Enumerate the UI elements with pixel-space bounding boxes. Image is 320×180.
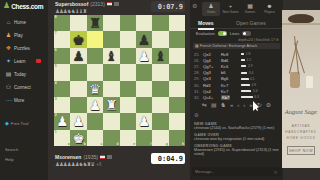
black-move[interactable]: Kc6: [221, 64, 239, 69]
black-move[interactable]: Kc7: [221, 89, 239, 94]
square-f8[interactable]: [136, 15, 152, 31]
white-pawn-c3[interactable]: ♟: [87, 97, 103, 113]
toggle-row: EvaluationLines: [196, 31, 251, 36]
square-g7[interactable]: [152, 31, 168, 47]
more-icon: ⋯: [5, 97, 12, 104]
square-d5[interactable]: [103, 64, 119, 80]
opening-name[interactable]: ▦ French Defense: Exchange Attack: [193, 43, 280, 49]
board-settings-gear-icon[interactable]: ⚙: [192, 2, 197, 9]
shop-now-button[interactable]: SHOP NOW: [287, 146, 315, 155]
move-list: 25.Qe2Rc81.826.Qg4Bd62.227.Qg7+Kc62.928.…: [194, 51, 280, 101]
black-bishop-g6[interactable]: ♝: [152, 48, 168, 64]
square-c5[interactable]: [87, 64, 103, 80]
black-rook-c8[interactable]: ♜: [87, 15, 103, 31]
square-d6[interactable]: ♝: [103, 48, 119, 64]
sidebar-item-connect[interactable]: ⚇Connect: [0, 81, 48, 93]
square-b1[interactable]: b♚: [70, 130, 86, 146]
white-move[interactable]: Qg3: [203, 70, 221, 75]
sidebar-footer-search[interactable]: Search: [0, 147, 18, 152]
sidebar-item-puzzles[interactable]: ❖Puzzles: [0, 42, 48, 54]
settings-icon[interactable]: ⚙: [266, 102, 271, 109]
square-a8[interactable]: 8: [54, 15, 70, 31]
black-pawn-b6[interactable]: ♟: [70, 48, 86, 64]
square-h5[interactable]: [169, 64, 185, 80]
square-b8[interactable]: [70, 15, 86, 31]
square-e2[interactable]: [120, 113, 136, 129]
bottom-player-clock: 0:04.9: [151, 153, 185, 164]
top-player-clock: 0:07.9: [151, 1, 185, 12]
square-f2[interactable]: ♟: [136, 113, 152, 129]
black-bishop-d6[interactable]: ♝: [103, 48, 119, 64]
square-e7[interactable]: [120, 31, 136, 47]
panel-tabs: Moves Open Games: [190, 18, 283, 29]
next-move-icon[interactable]: ›: [243, 102, 245, 109]
square-a4[interactable]: 4: [54, 81, 70, 97]
square-c6[interactable]: [87, 48, 103, 64]
prev-move-icon[interactable]: ‹: [237, 102, 239, 109]
top-player-flag-icon: [107, 2, 112, 6]
white-queen-c4[interactable]: ♛: [87, 81, 103, 97]
square-g3[interactable]: [152, 97, 168, 113]
black-king-b7[interactable]: ♚: [70, 31, 86, 47]
white-move[interactable]: Qg7+: [203, 64, 221, 69]
logo-pawn-icon: ♟: [3, 2, 10, 10]
bottom-player-rating: (1935): [83, 154, 97, 160]
jump-start-icon[interactable]: «: [230, 102, 233, 109]
white-pawn-f2[interactable]: ♟: [136, 113, 152, 129]
white-pawn-f6[interactable]: ♟: [136, 48, 152, 64]
panel-button-games[interactable]: ▦Games: [241, 2, 259, 16]
top-player-rating: (2313): [90, 1, 104, 7]
move-row: 32.Qc4+Kb76.3: [194, 94, 280, 100]
chat-body: chrisnow won by resignation (1 min rated…: [194, 137, 280, 142]
square-f4[interactable]: [136, 81, 152, 97]
square-c3[interactable]: ♟: [87, 97, 103, 113]
black-move[interactable]: b6: [221, 70, 239, 75]
material-advantage: +6: [96, 162, 101, 167]
watch-panel: ⚙ ♟Game+New Game▦Games☻Players Moves Ope…: [190, 0, 283, 180]
square-b7[interactable]: ♚: [70, 31, 86, 47]
square-c7[interactable]: [87, 31, 103, 47]
top-player-badge-icon: [114, 2, 119, 6]
ad-candle-image: [306, 76, 313, 88]
square-g4[interactable]: [152, 81, 168, 97]
white-pawn-b2[interactable]: ♟: [70, 113, 86, 129]
chat-messages: NEW GAMEchrisnow (2544) vs. SashaRocks (…: [194, 119, 280, 157]
white-king-b1[interactable]: ♚: [70, 130, 86, 146]
square-b3[interactable]: [70, 97, 86, 113]
notification-badge: [36, 59, 41, 63]
square-h7[interactable]: [169, 31, 185, 47]
chat-body: chrisnow (2544) vs. SashaRocks (2579) (1…: [194, 126, 280, 131]
square-f3[interactable]: [136, 97, 152, 113]
learn-icon: ✦: [5, 58, 12, 65]
square-a1[interactable]: 1a: [54, 130, 70, 146]
sidebar-item-play[interactable]: ♟Play: [0, 29, 48, 41]
advertisement[interactable]: August Sage ARTISAN HANDCRAFTED HOME GOO…: [282, 10, 320, 168]
home-icon: ⌂: [5, 19, 12, 26]
connect-icon: ⚇: [5, 84, 12, 91]
sidebar-item-home[interactable]: ⌂Home: [0, 16, 48, 28]
bottom-player-badge-icon: [107, 155, 112, 159]
square-e8[interactable]: [120, 15, 136, 31]
black-move[interactable]: Bd6: [221, 58, 239, 63]
engine-status: depth=24 | Stockfish 17 ⚙: [238, 38, 279, 42]
square-e1[interactable]: e: [120, 130, 136, 146]
square-f7[interactable]: ♟: [136, 31, 152, 47]
square-b5[interactable]: [70, 64, 86, 80]
today-icon: ▤: [5, 71, 12, 78]
square-g2[interactable]: [152, 113, 168, 129]
square-h2[interactable]: [169, 113, 185, 129]
square-b6[interactable]: ♟: [70, 48, 86, 64]
ad-title: August Sage: [282, 108, 320, 115]
white-rook-d3[interactable]: ♜: [103, 97, 119, 113]
panel-button-game[interactable]: ♟Game: [202, 2, 220, 16]
tab-moves[interactable]: Moves: [198, 20, 214, 26]
gem-icon: ◆: [5, 120, 9, 126]
square-a3[interactable]: 3: [54, 97, 70, 113]
puzzle-icon: ❖: [5, 45, 12, 52]
square-a2[interactable]: 2♟: [54, 113, 70, 129]
square-d7[interactable]: [103, 31, 119, 47]
playback-controls: ⇆▤♞«‹›»↻⚙: [190, 102, 283, 109]
chess-board[interactable]: 8♜7♚♟6♟♝♟♝54♛3♟♜2♟♟♟1ab♚cdefgh: [54, 15, 185, 146]
square-f5[interactable]: [136, 64, 152, 80]
square-g6[interactable]: ♝: [152, 48, 168, 64]
play-pawn-icon: ♟: [5, 32, 12, 39]
square-d8[interactable]: [103, 15, 119, 31]
square-h1[interactable]: h: [169, 130, 185, 146]
top-player-row: Supersbossof (2313): [55, 1, 119, 7]
emoji-icon[interactable]: ☺: [273, 169, 278, 175]
sidebar-footer-help[interactable]: Help: [0, 157, 14, 162]
top-player-name[interactable]: Supersbossof: [55, 1, 88, 7]
square-e3[interactable]: [120, 97, 136, 113]
chat-input[interactable]: Message... ☺: [192, 167, 281, 176]
square-c1[interactable]: c: [87, 130, 103, 146]
square-a7[interactable]: 7: [54, 31, 70, 47]
chesscom-app: ♟ Chess.com ⌂Home♟Play❖Puzzles✦Learn▤Tod…: [0, 0, 320, 180]
square-b2[interactable]: ♟: [70, 113, 86, 129]
white-move[interactable]: Qe2: [203, 52, 221, 57]
square-e5[interactable]: [120, 64, 136, 80]
square-g1[interactable]: g: [152, 130, 168, 146]
square-h8[interactable]: [169, 15, 185, 31]
square-h3[interactable]: [169, 97, 185, 113]
top-captured-pieces: ♟♟♟♞♞♝♝♜: [55, 8, 86, 14]
bottom-player-flag-icon: [100, 155, 105, 159]
square-a5[interactable]: 5: [54, 64, 70, 80]
square-b4[interactable]: [70, 81, 86, 97]
panel-button-new-game[interactable]: +New Game: [222, 2, 240, 16]
chesscom-logo[interactable]: ♟ Chess.com: [3, 2, 43, 10]
chat-body: Msorensen (1935) vs. Supersbossof (2313)…: [194, 148, 280, 157]
bottom-captured-pieces: ♟♟♟♟♟♟♞♞♜♛+6: [55, 161, 101, 167]
square-g8[interactable]: [152, 15, 168, 31]
black-pawn-f7[interactable]: ♟: [136, 31, 152, 47]
black-move[interactable]: Rc8: [221, 52, 239, 57]
evaluation-toggle[interactable]: [218, 31, 227, 36]
square-d4[interactable]: [103, 81, 119, 97]
chat-placeholder: Message...: [195, 169, 215, 174]
sidebar-item-today[interactable]: ▤Today: [0, 68, 48, 80]
square-a6[interactable]: 6: [54, 48, 70, 64]
square-h4[interactable]: [169, 81, 185, 97]
flip-board-icon[interactable]: ⇆: [202, 102, 207, 109]
square-e4[interactable]: [120, 81, 136, 97]
jump-end-icon[interactable]: »: [249, 102, 252, 109]
cycle-icon[interactable]: ↻: [257, 102, 262, 109]
square-c2[interactable]: [87, 113, 103, 129]
square-f6[interactable]: ♟: [136, 48, 152, 64]
free-trial-button[interactable]: ◆ Free Trial: [0, 120, 29, 126]
bottom-player-name[interactable]: Msorensen: [55, 154, 81, 160]
tab-open-games[interactable]: Open Games: [236, 20, 266, 26]
chat-settings-gear-icon[interactable]: ⚙: [194, 112, 198, 118]
black-move[interactable]: Kc7: [221, 83, 239, 88]
white-move[interactable]: Qe3: [203, 76, 221, 81]
square-e6[interactable]: [120, 48, 136, 64]
bottom-player-row: Msorensen (1935): [55, 154, 112, 160]
black-move[interactable]: Kb7: [221, 95, 239, 100]
logo-text: Chess.com: [11, 3, 43, 10]
ad-vase-image: [290, 72, 300, 88]
sidebar: ♟ Chess.com ⌂Home♟Play❖Puzzles✦Learn▤Tod…: [0, 0, 48, 180]
white-move[interactable]: Rd3: [203, 83, 221, 88]
square-f1[interactable]: f: [136, 130, 152, 146]
lines-toggle[interactable]: [242, 31, 251, 36]
white-move[interactable]: Qc4+: [203, 95, 221, 100]
panel-button-players[interactable]: ☻Players: [261, 2, 279, 16]
layout-icon[interactable]: ▤: [211, 102, 217, 109]
ad-shelf-image: [282, 23, 320, 25]
white-move[interactable]: Qg4: [203, 58, 221, 63]
white-move[interactable]: Qa4: [203, 89, 221, 94]
square-d3[interactable]: ♜: [103, 97, 119, 113]
sidebar-item-more[interactable]: ⋯More: [0, 94, 48, 106]
square-h6[interactable]: [169, 48, 185, 64]
square-d1[interactable]: d: [103, 130, 119, 146]
square-d2[interactable]: [103, 113, 119, 129]
square-c4[interactable]: ♛: [87, 81, 103, 97]
engine-icon[interactable]: ♞: [221, 102, 226, 109]
black-move[interactable]: Bg6: [221, 76, 239, 81]
white-pawn-a2[interactable]: ♟: [54, 113, 70, 129]
square-c8[interactable]: ♜: [87, 15, 103, 31]
square-g5[interactable]: [152, 64, 168, 80]
